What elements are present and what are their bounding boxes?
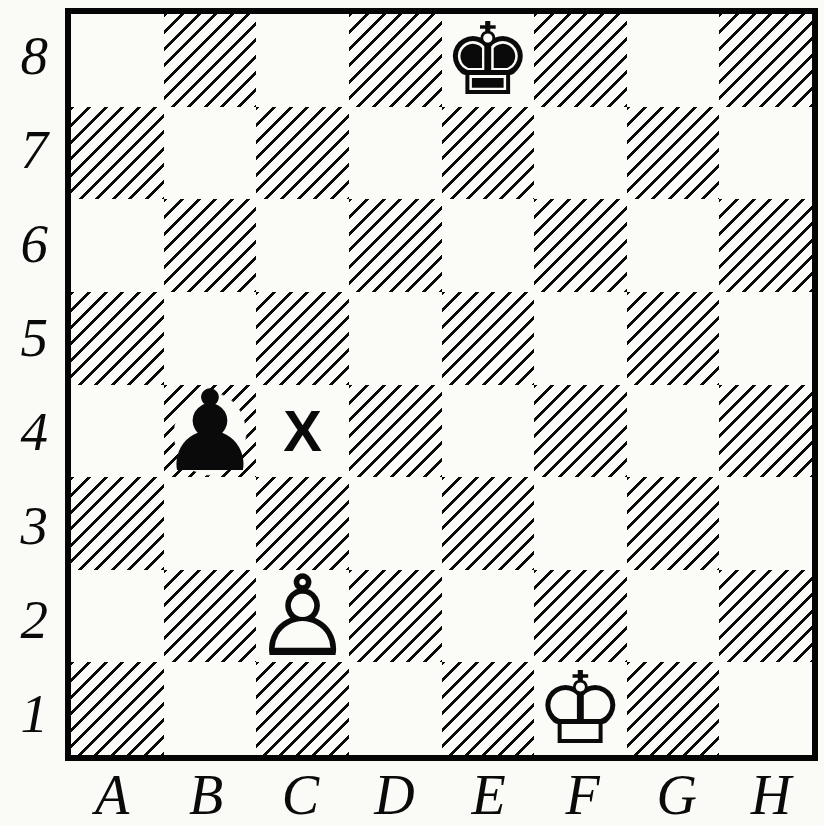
file-label-c: C bbox=[253, 760, 347, 826]
square-g8 bbox=[627, 14, 720, 107]
square-h4 bbox=[719, 385, 812, 478]
square-a2 bbox=[71, 570, 164, 663]
square-c6 bbox=[256, 199, 349, 292]
square-h6 bbox=[719, 199, 812, 292]
file-label-h: H bbox=[724, 760, 818, 826]
square-a3 bbox=[71, 477, 164, 570]
square-f7 bbox=[534, 107, 627, 200]
square-a1 bbox=[71, 662, 164, 755]
square-g6 bbox=[627, 199, 720, 292]
file-label-b: B bbox=[159, 760, 253, 826]
rank-label-5: 5 bbox=[0, 290, 64, 384]
square-f4 bbox=[534, 385, 627, 478]
square-h1 bbox=[719, 662, 812, 755]
square-b7 bbox=[164, 107, 257, 200]
rank-label-4: 4 bbox=[0, 385, 64, 479]
rank-label-3: 3 bbox=[0, 479, 64, 573]
white-king: ♔ bbox=[534, 662, 627, 755]
square-b8 bbox=[164, 14, 257, 107]
square-a5 bbox=[71, 292, 164, 385]
file-label-a: A bbox=[65, 760, 159, 826]
square-h5 bbox=[719, 292, 812, 385]
square-b3 bbox=[164, 477, 257, 570]
square-e5 bbox=[442, 292, 535, 385]
square-c4: X bbox=[256, 385, 349, 478]
square-c1 bbox=[256, 662, 349, 755]
file-label-f: F bbox=[536, 760, 630, 826]
square-c5 bbox=[256, 292, 349, 385]
square-d2 bbox=[349, 570, 442, 663]
square-f2 bbox=[534, 570, 627, 663]
square-h2 bbox=[719, 570, 812, 663]
x-marker-c4: X bbox=[256, 385, 349, 478]
rank-label-6: 6 bbox=[0, 196, 64, 290]
black-pawn: ♟ bbox=[164, 385, 257, 478]
square-a7 bbox=[71, 107, 164, 200]
square-h3 bbox=[719, 477, 812, 570]
square-c2: ♙ bbox=[256, 570, 349, 663]
square-b2 bbox=[164, 570, 257, 663]
chess-diagram: 87654321 ♚♟X♙♔ ABCDEFGH bbox=[0, 0, 824, 826]
square-g7 bbox=[627, 107, 720, 200]
square-e8: ♚ bbox=[442, 14, 535, 107]
square-d3 bbox=[349, 477, 442, 570]
square-e2 bbox=[442, 570, 535, 663]
square-e7 bbox=[442, 107, 535, 200]
square-a6 bbox=[71, 199, 164, 292]
square-e6 bbox=[442, 199, 535, 292]
square-d8 bbox=[349, 14, 442, 107]
square-g3 bbox=[627, 477, 720, 570]
square-d6 bbox=[349, 199, 442, 292]
square-f5 bbox=[534, 292, 627, 385]
square-b4: ♟ bbox=[164, 385, 257, 478]
square-c7 bbox=[256, 107, 349, 200]
file-label-g: G bbox=[630, 760, 724, 826]
square-e1 bbox=[442, 662, 535, 755]
square-g2 bbox=[627, 570, 720, 663]
square-f8 bbox=[534, 14, 627, 107]
square-d7 bbox=[349, 107, 442, 200]
square-a8 bbox=[71, 14, 164, 107]
rank-label-8: 8 bbox=[0, 8, 64, 102]
rank-label-2: 2 bbox=[0, 573, 64, 667]
square-d1 bbox=[349, 662, 442, 755]
white-pawn: ♙ bbox=[256, 570, 349, 663]
square-f3 bbox=[534, 477, 627, 570]
rank-label-7: 7 bbox=[0, 102, 64, 196]
square-g4 bbox=[627, 385, 720, 478]
square-d4 bbox=[349, 385, 442, 478]
rank-label-1: 1 bbox=[0, 667, 64, 761]
file-label-e: E bbox=[442, 760, 536, 826]
square-g5 bbox=[627, 292, 720, 385]
chess-board: ♚♟X♙♔ bbox=[65, 8, 818, 761]
black-king: ♚ bbox=[442, 14, 535, 107]
square-b6 bbox=[164, 199, 257, 292]
square-a4 bbox=[71, 385, 164, 478]
square-e4 bbox=[442, 385, 535, 478]
file-label-d: D bbox=[347, 760, 441, 826]
square-f6 bbox=[534, 199, 627, 292]
square-d5 bbox=[349, 292, 442, 385]
rank-labels: 87654321 bbox=[0, 8, 64, 761]
square-b1 bbox=[164, 662, 257, 755]
square-h8 bbox=[719, 14, 812, 107]
square-f1: ♔ bbox=[534, 662, 627, 755]
square-h7 bbox=[719, 107, 812, 200]
file-labels: ABCDEFGH bbox=[65, 760, 818, 826]
square-g1 bbox=[627, 662, 720, 755]
square-e3 bbox=[442, 477, 535, 570]
square-c8 bbox=[256, 14, 349, 107]
